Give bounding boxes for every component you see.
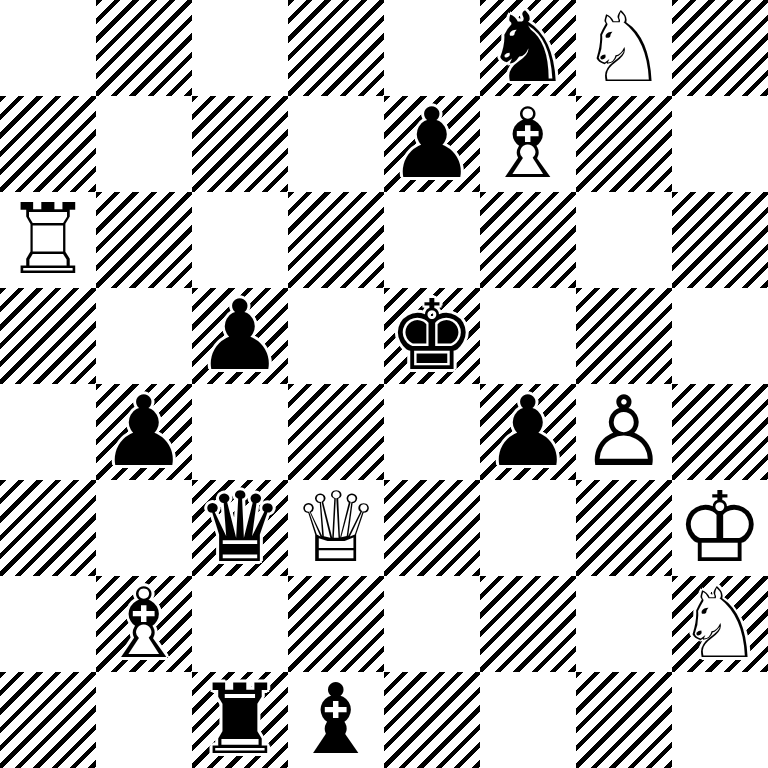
black-knight-halo: ♞ bbox=[480, 0, 576, 96]
square-g1[interactable] bbox=[576, 672, 672, 768]
square-e3[interactable] bbox=[384, 480, 480, 576]
black-pawn-halo: ♟ bbox=[96, 384, 192, 480]
square-c7[interactable] bbox=[192, 96, 288, 192]
white-pawn-icon: ♙ bbox=[576, 384, 672, 480]
square-b4[interactable]: ♟♟ bbox=[96, 384, 192, 480]
black-king-icon: ♚ bbox=[384, 288, 480, 384]
square-d8[interactable] bbox=[288, 0, 384, 96]
square-a3[interactable] bbox=[0, 480, 96, 576]
square-g8[interactable]: ♞♘ bbox=[576, 0, 672, 96]
white-queen-halo: ♛ bbox=[288, 480, 384, 576]
black-pawn-icon: ♟ bbox=[192, 288, 288, 384]
white-bishop-icon: ♗ bbox=[96, 576, 192, 672]
square-b1[interactable] bbox=[96, 672, 192, 768]
square-h5[interactable] bbox=[672, 288, 768, 384]
black-bishop-icon: ♝ bbox=[288, 672, 384, 768]
square-c2[interactable] bbox=[192, 576, 288, 672]
square-b8[interactable] bbox=[96, 0, 192, 96]
white-knight-halo: ♞ bbox=[576, 0, 672, 96]
square-a4[interactable] bbox=[0, 384, 96, 480]
black-bishop-halo: ♝ bbox=[288, 672, 384, 768]
square-f8[interactable]: ♞♞ bbox=[480, 0, 576, 96]
square-a6[interactable]: ♜♖ bbox=[0, 192, 96, 288]
square-d1[interactable]: ♝♝ bbox=[288, 672, 384, 768]
square-e4[interactable] bbox=[384, 384, 480, 480]
white-knight-icon: ♘ bbox=[672, 576, 768, 672]
square-h3[interactable]: ♚♔ bbox=[672, 480, 768, 576]
black-pawn-halo: ♟ bbox=[192, 288, 288, 384]
white-king-halo: ♚ bbox=[672, 480, 768, 576]
square-h7[interactable] bbox=[672, 96, 768, 192]
square-g3[interactable] bbox=[576, 480, 672, 576]
square-f4[interactable]: ♟♟ bbox=[480, 384, 576, 480]
square-f5[interactable] bbox=[480, 288, 576, 384]
square-b5[interactable] bbox=[96, 288, 192, 384]
square-b7[interactable] bbox=[96, 96, 192, 192]
black-rook-icon: ♜ bbox=[192, 672, 288, 768]
black-queen-icon: ♛ bbox=[192, 480, 288, 576]
square-g6[interactable] bbox=[576, 192, 672, 288]
square-c5[interactable]: ♟♟ bbox=[192, 288, 288, 384]
square-a7[interactable] bbox=[0, 96, 96, 192]
square-h8[interactable] bbox=[672, 0, 768, 96]
black-pawn-halo: ♟ bbox=[480, 384, 576, 480]
square-g7[interactable] bbox=[576, 96, 672, 192]
white-knight-halo: ♞ bbox=[672, 576, 768, 672]
square-b3[interactable] bbox=[96, 480, 192, 576]
square-f1[interactable] bbox=[480, 672, 576, 768]
square-e7[interactable]: ♟♟ bbox=[384, 96, 480, 192]
white-bishop-halo: ♝ bbox=[96, 576, 192, 672]
square-d6[interactable] bbox=[288, 192, 384, 288]
square-d4[interactable] bbox=[288, 384, 384, 480]
square-c8[interactable] bbox=[192, 0, 288, 96]
square-a1[interactable] bbox=[0, 672, 96, 768]
square-g4[interactable]: ♟♙ bbox=[576, 384, 672, 480]
square-f7[interactable]: ♝♗ bbox=[480, 96, 576, 192]
square-a8[interactable] bbox=[0, 0, 96, 96]
square-b2[interactable]: ♝♗ bbox=[96, 576, 192, 672]
square-a5[interactable] bbox=[0, 288, 96, 384]
white-pawn-halo: ♟ bbox=[576, 384, 672, 480]
square-f3[interactable] bbox=[480, 480, 576, 576]
square-a2[interactable] bbox=[0, 576, 96, 672]
white-bishop-halo: ♝ bbox=[480, 96, 576, 192]
square-c3[interactable]: ♛♛ bbox=[192, 480, 288, 576]
square-d3[interactable]: ♛♕ bbox=[288, 480, 384, 576]
black-pawn-icon: ♟ bbox=[96, 384, 192, 480]
chess-board: ♞♞♞♘♟♟♝♗♜♖♟♟♚♚♟♟♟♟♟♙♛♛♛♕♚♔♝♗♞♘♜♜♝♝ bbox=[0, 0, 768, 768]
white-king-icon: ♔ bbox=[672, 480, 768, 576]
square-d7[interactable] bbox=[288, 96, 384, 192]
black-pawn-icon: ♟ bbox=[384, 96, 480, 192]
black-queen-halo: ♛ bbox=[192, 480, 288, 576]
square-b6[interactable] bbox=[96, 192, 192, 288]
square-c1[interactable]: ♜♜ bbox=[192, 672, 288, 768]
square-e6[interactable] bbox=[384, 192, 480, 288]
square-d5[interactable] bbox=[288, 288, 384, 384]
square-h2[interactable]: ♞♘ bbox=[672, 576, 768, 672]
square-e1[interactable] bbox=[384, 672, 480, 768]
square-d2[interactable] bbox=[288, 576, 384, 672]
square-h4[interactable] bbox=[672, 384, 768, 480]
square-e8[interactable] bbox=[384, 0, 480, 96]
white-knight-icon: ♘ bbox=[576, 0, 672, 96]
square-f6[interactable] bbox=[480, 192, 576, 288]
square-h1[interactable] bbox=[672, 672, 768, 768]
white-bishop-icon: ♗ bbox=[480, 96, 576, 192]
square-g5[interactable] bbox=[576, 288, 672, 384]
square-h6[interactable] bbox=[672, 192, 768, 288]
white-rook-halo: ♜ bbox=[0, 192, 96, 288]
square-g2[interactable] bbox=[576, 576, 672, 672]
square-c4[interactable] bbox=[192, 384, 288, 480]
square-f2[interactable] bbox=[480, 576, 576, 672]
black-pawn-icon: ♟ bbox=[480, 384, 576, 480]
black-king-halo: ♚ bbox=[384, 288, 480, 384]
white-queen-icon: ♕ bbox=[288, 480, 384, 576]
square-c6[interactable] bbox=[192, 192, 288, 288]
square-e2[interactable] bbox=[384, 576, 480, 672]
black-rook-halo: ♜ bbox=[192, 672, 288, 768]
square-e5[interactable]: ♚♚ bbox=[384, 288, 480, 384]
black-pawn-halo: ♟ bbox=[384, 96, 480, 192]
white-rook-icon: ♖ bbox=[0, 192, 96, 288]
black-knight-icon: ♞ bbox=[480, 0, 576, 96]
